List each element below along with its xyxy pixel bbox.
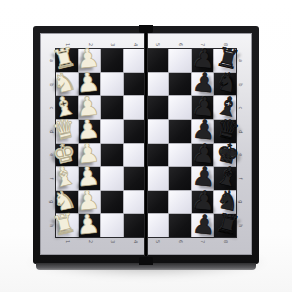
square-d7[interactable]: ♟ xyxy=(192,120,214,143)
white-pawn-piece[interactable]: ♟ xyxy=(75,163,101,191)
square-b4[interactable] xyxy=(124,73,146,96)
square-b2[interactable]: ♟ xyxy=(79,73,101,96)
square-f3[interactable] xyxy=(101,167,123,190)
square-d4[interactable] xyxy=(124,120,146,143)
product-photo-scene: 12345678 12345678 abcdefgh abcdefgh ♜♟♟♜… xyxy=(0,0,292,292)
coord-label-top-7: 7 xyxy=(198,33,207,56)
coord-label-right-b: b xyxy=(229,80,253,89)
coord-label-right-c: c xyxy=(229,103,253,112)
coord-label-top-8: 8 xyxy=(220,33,229,56)
square-b3[interactable] xyxy=(101,73,123,96)
white-pawn-piece[interactable]: ♟ xyxy=(75,92,101,120)
coord-label-bottom-1: 1 xyxy=(63,230,72,253)
chess-board: 12345678 12345678 abcdefgh abcdefgh ♜♟♟♜… xyxy=(33,26,259,264)
square-e5[interactable] xyxy=(147,144,169,167)
square-g6[interactable] xyxy=(169,191,191,214)
coord-label-left-d: d xyxy=(40,127,64,136)
coord-label-top-1: 1 xyxy=(63,33,72,56)
coord-label-right-h: h xyxy=(229,221,253,230)
square-c2[interactable]: ♟ xyxy=(79,96,101,119)
coord-label-top-5: 5 xyxy=(153,33,162,56)
square-g7[interactable]: ♟ xyxy=(192,191,214,214)
square-c4[interactable] xyxy=(124,96,146,119)
coord-label-top-4: 4 xyxy=(130,33,139,56)
square-d3[interactable] xyxy=(101,120,123,143)
coord-label-left-f: f xyxy=(40,174,64,183)
square-b6[interactable] xyxy=(169,73,191,96)
coord-label-bottom-2: 2 xyxy=(85,230,94,253)
square-e3[interactable] xyxy=(101,144,123,167)
black-pawn-piece[interactable]: ♟ xyxy=(191,186,217,214)
coord-label-right-a: a xyxy=(229,56,253,65)
square-f7[interactable]: ♟ xyxy=(192,167,214,190)
coordinate-labels-right: abcdefgh xyxy=(236,49,245,237)
white-pawn-piece[interactable]: ♟ xyxy=(75,139,101,167)
square-f6[interactable] xyxy=(169,167,191,190)
coord-label-left-c: c xyxy=(40,103,64,112)
square-g4[interactable] xyxy=(124,191,146,214)
square-e7[interactable]: ♟ xyxy=(192,144,214,167)
hinge-bottom xyxy=(139,257,153,265)
square-f5[interactable] xyxy=(147,167,169,190)
coord-label-top-2: 2 xyxy=(85,33,94,56)
coord-label-bottom-6: 6 xyxy=(175,230,184,253)
white-pawn-piece[interactable]: ♟ xyxy=(75,68,101,96)
coord-label-right-g: g xyxy=(229,197,253,206)
square-e6[interactable] xyxy=(169,144,191,167)
black-pawn-piece[interactable]: ♟ xyxy=(191,68,217,96)
white-pawn-piece[interactable]: ♟ xyxy=(75,186,101,214)
coord-label-top-3: 3 xyxy=(108,33,117,56)
square-e2[interactable]: ♟ xyxy=(79,144,101,167)
fold-seam xyxy=(144,32,148,256)
square-f4[interactable] xyxy=(124,167,146,190)
square-g5[interactable] xyxy=(147,191,169,214)
coord-label-bottom-5: 5 xyxy=(153,230,162,253)
square-g3[interactable] xyxy=(101,191,123,214)
coord-label-bottom-8: 8 xyxy=(220,230,229,253)
coord-label-left-a: a xyxy=(40,56,64,65)
square-c7[interactable]: ♟ xyxy=(192,96,214,119)
black-pawn-piece[interactable]: ♟ xyxy=(191,115,217,143)
coord-label-right-f: f xyxy=(229,174,253,183)
coord-label-bottom-7: 7 xyxy=(198,230,207,253)
square-c3[interactable] xyxy=(101,96,123,119)
square-g2[interactable]: ♟ xyxy=(79,191,101,214)
coordinate-labels-left: abcdefgh xyxy=(47,49,56,237)
hinge-top xyxy=(139,25,153,33)
coord-label-left-g: g xyxy=(40,197,64,206)
square-c5[interactable] xyxy=(147,96,169,119)
square-b5[interactable] xyxy=(147,73,169,96)
coord-label-left-e: e xyxy=(40,150,64,159)
coord-label-top-6: 6 xyxy=(175,33,184,56)
coord-label-right-e: e xyxy=(229,150,253,159)
black-pawn-piece[interactable]: ♟ xyxy=(191,163,217,191)
square-b7[interactable]: ♟ xyxy=(192,73,214,96)
square-d6[interactable] xyxy=(169,120,191,143)
square-c6[interactable] xyxy=(169,96,191,119)
black-pawn-piece[interactable]: ♟ xyxy=(191,92,217,120)
square-d5[interactable] xyxy=(147,120,169,143)
coord-label-left-h: h xyxy=(40,221,64,230)
coord-label-right-d: d xyxy=(229,127,253,136)
coord-label-bottom-4: 4 xyxy=(130,230,139,253)
square-e4[interactable] xyxy=(124,144,146,167)
black-pawn-piece[interactable]: ♟ xyxy=(191,139,217,167)
square-d2[interactable]: ♟ xyxy=(79,120,101,143)
coord-label-left-b: b xyxy=(40,80,64,89)
coord-label-bottom-3: 3 xyxy=(108,230,117,253)
square-f2[interactable]: ♟ xyxy=(79,167,101,190)
white-pawn-piece[interactable]: ♟ xyxy=(75,115,101,143)
